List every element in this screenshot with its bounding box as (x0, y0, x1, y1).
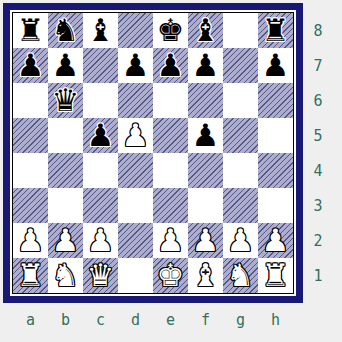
square-d2[interactable] (118, 223, 153, 258)
file-label-f: f (188, 306, 223, 334)
square-c1[interactable]: ♛ (83, 258, 118, 293)
white-knight[interactable]: ♞ (52, 258, 80, 293)
square-b5[interactable] (48, 118, 83, 153)
file-label-e: e (153, 306, 188, 334)
square-f8[interactable]: ♝ (188, 13, 223, 48)
white-pawn[interactable]: ♟ (122, 118, 150, 153)
rank-label-3: 3 (303, 188, 333, 223)
board-grid: ♜♞♝♚♝♜♟♟♟♟♟♟♛♟♟♟♟♟♟♟♟♟♟♜♞♛♚♝♞♜ (12, 12, 294, 294)
square-h7[interactable]: ♟ (258, 48, 293, 83)
square-f1[interactable]: ♝ (188, 258, 223, 293)
file-label-h: h (258, 306, 293, 334)
black-king[interactable]: ♚ (157, 13, 185, 48)
square-g2[interactable]: ♟ (223, 223, 258, 258)
square-h8[interactable]: ♜ (258, 13, 293, 48)
black-pawn[interactable]: ♟ (122, 48, 150, 83)
white-queen[interactable]: ♛ (87, 258, 115, 293)
square-g7[interactable] (223, 48, 258, 83)
square-g4[interactable] (223, 153, 258, 188)
square-e1[interactable]: ♚ (153, 258, 188, 293)
black-pawn[interactable]: ♟ (262, 48, 290, 83)
white-bishop[interactable]: ♝ (192, 258, 220, 293)
square-d3[interactable] (118, 188, 153, 223)
black-pawn[interactable]: ♟ (52, 48, 80, 83)
square-d7[interactable]: ♟ (118, 48, 153, 83)
square-g8[interactable] (223, 13, 258, 48)
white-pawn[interactable]: ♟ (262, 223, 290, 258)
square-b8[interactable]: ♞ (48, 13, 83, 48)
white-pawn[interactable]: ♟ (17, 223, 45, 258)
rank-label-8: 8 (303, 13, 333, 48)
white-rook[interactable]: ♜ (262, 258, 290, 293)
rank-label-4: 4 (303, 153, 333, 188)
square-h6[interactable] (258, 83, 293, 118)
white-pawn[interactable]: ♟ (192, 223, 220, 258)
square-b6[interactable]: ♛ (48, 83, 83, 118)
black-rook[interactable]: ♜ (262, 13, 290, 48)
file-label-b: b (48, 306, 83, 334)
black-pawn[interactable]: ♟ (17, 48, 45, 83)
black-bishop[interactable]: ♝ (192, 13, 220, 48)
square-c5[interactable]: ♟ (83, 118, 118, 153)
black-pawn[interactable]: ♟ (87, 118, 115, 153)
square-f6[interactable] (188, 83, 223, 118)
chess-diagram-screen: ♜♞♝♚♝♜♟♟♟♟♟♟♛♟♟♟♟♟♟♟♟♟♟♜♞♛♚♝♞♜ abcdefgh … (0, 0, 342, 342)
square-a6[interactable] (13, 83, 48, 118)
white-pawn[interactable]: ♟ (52, 223, 80, 258)
square-e6[interactable] (153, 83, 188, 118)
square-h5[interactable] (258, 118, 293, 153)
square-c3[interactable] (83, 188, 118, 223)
square-a3[interactable] (13, 188, 48, 223)
square-e4[interactable] (153, 153, 188, 188)
square-a7[interactable]: ♟ (13, 48, 48, 83)
white-pawn[interactable]: ♟ (157, 223, 185, 258)
square-g3[interactable] (223, 188, 258, 223)
rank-labels: 87654321 (303, 13, 333, 293)
rank-label-7: 7 (303, 48, 333, 83)
black-bishop[interactable]: ♝ (87, 13, 115, 48)
square-c6[interactable] (83, 83, 118, 118)
square-e8[interactable]: ♚ (153, 13, 188, 48)
black-knight[interactable]: ♞ (52, 13, 80, 48)
square-b3[interactable] (48, 188, 83, 223)
black-pawn[interactable]: ♟ (192, 48, 220, 83)
square-e5[interactable] (153, 118, 188, 153)
square-f7[interactable]: ♟ (188, 48, 223, 83)
square-e2[interactable]: ♟ (153, 223, 188, 258)
square-a5[interactable] (13, 118, 48, 153)
black-rook[interactable]: ♜ (17, 13, 45, 48)
white-pawn[interactable]: ♟ (87, 223, 115, 258)
black-pawn[interactable]: ♟ (192, 118, 220, 153)
square-e3[interactable] (153, 188, 188, 223)
square-c7[interactable] (83, 48, 118, 83)
black-queen[interactable]: ♛ (52, 83, 80, 118)
file-label-c: c (83, 306, 118, 334)
square-c4[interactable] (83, 153, 118, 188)
square-h1[interactable]: ♜ (258, 258, 293, 293)
white-knight[interactable]: ♞ (227, 258, 255, 293)
square-h3[interactable] (258, 188, 293, 223)
square-f4[interactable] (188, 153, 223, 188)
square-a4[interactable] (13, 153, 48, 188)
square-d8[interactable] (118, 13, 153, 48)
white-king[interactable]: ♚ (157, 258, 185, 293)
square-b4[interactable] (48, 153, 83, 188)
square-d1[interactable] (118, 258, 153, 293)
square-b1[interactable]: ♞ (48, 258, 83, 293)
square-d4[interactable] (118, 153, 153, 188)
board-frame: ♜♞♝♚♝♜♟♟♟♟♟♟♛♟♟♟♟♟♟♟♟♟♟♜♞♛♚♝♞♜ (3, 3, 303, 303)
square-f3[interactable] (188, 188, 223, 223)
square-f5[interactable]: ♟ (188, 118, 223, 153)
white-pawn[interactable]: ♟ (227, 223, 255, 258)
square-b7[interactable]: ♟ (48, 48, 83, 83)
file-label-d: d (118, 306, 153, 334)
square-c2[interactable]: ♟ (83, 223, 118, 258)
black-pawn[interactable]: ♟ (157, 48, 185, 83)
square-b2[interactable]: ♟ (48, 223, 83, 258)
file-labels: abcdefgh (13, 306, 293, 334)
square-a1[interactable]: ♜ (13, 258, 48, 293)
rank-label-6: 6 (303, 83, 333, 118)
square-g1[interactable]: ♞ (223, 258, 258, 293)
square-e7[interactable]: ♟ (153, 48, 188, 83)
square-d5[interactable]: ♟ (118, 118, 153, 153)
square-a8[interactable]: ♜ (13, 13, 48, 48)
white-rook[interactable]: ♜ (17, 258, 45, 293)
square-a2[interactable]: ♟ (13, 223, 48, 258)
square-g6[interactable] (223, 83, 258, 118)
file-label-g: g (223, 306, 258, 334)
square-d6[interactable] (118, 83, 153, 118)
square-c8[interactable]: ♝ (83, 13, 118, 48)
rank-label-2: 2 (303, 223, 333, 258)
square-g5[interactable] (223, 118, 258, 153)
square-h2[interactable]: ♟ (258, 223, 293, 258)
file-label-a: a (13, 306, 48, 334)
rank-label-1: 1 (303, 258, 333, 293)
rank-label-5: 5 (303, 118, 333, 153)
square-f2[interactable]: ♟ (188, 223, 223, 258)
square-h4[interactable] (258, 153, 293, 188)
